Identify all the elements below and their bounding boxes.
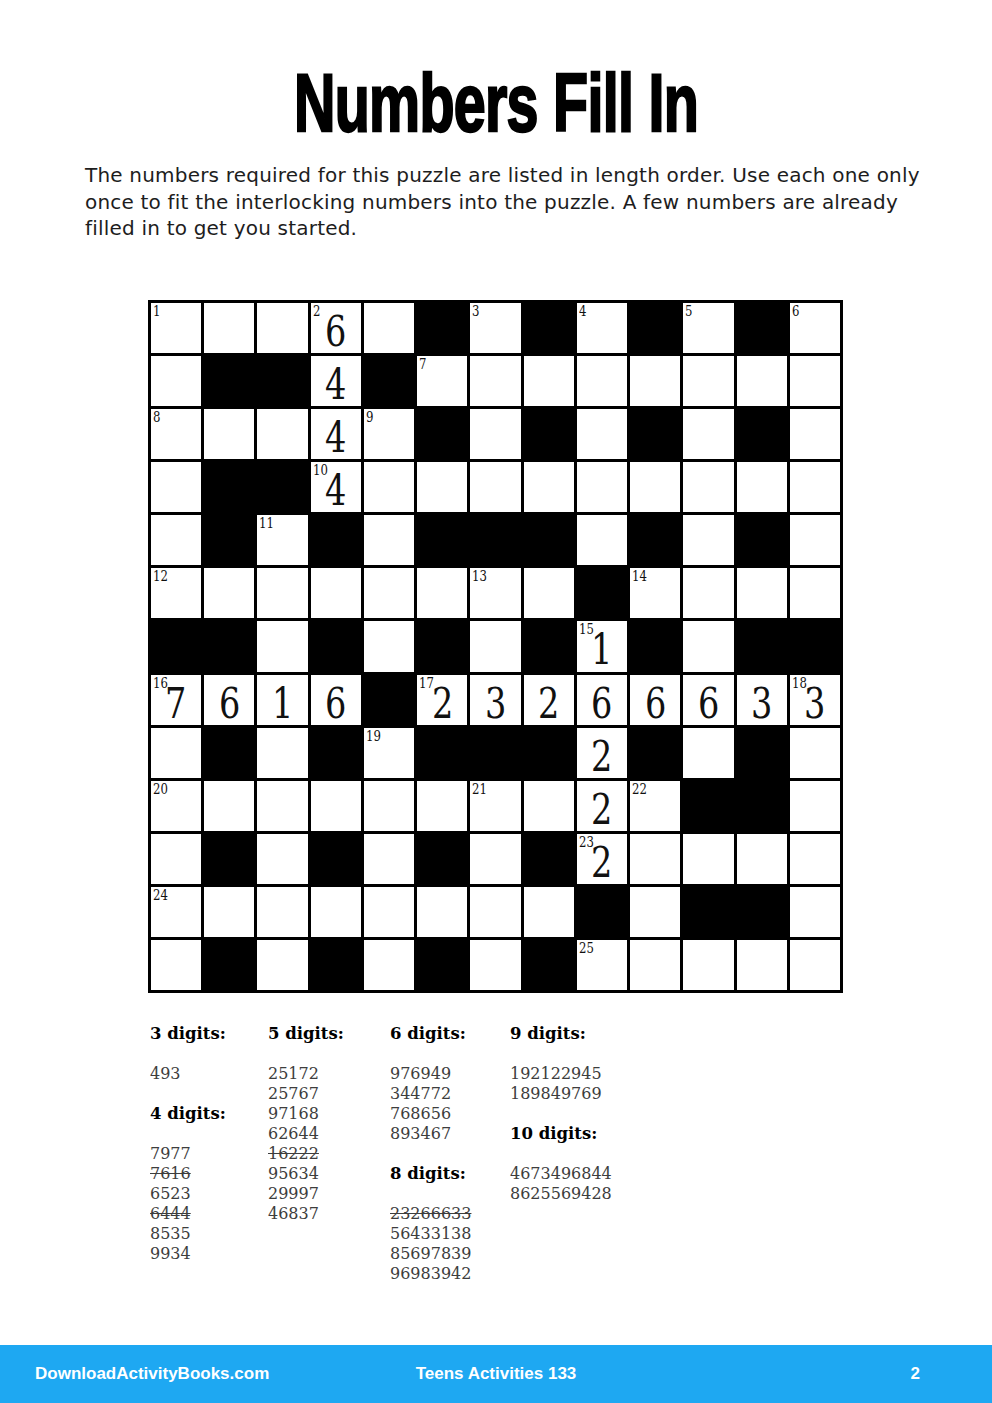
block-cell-r5c10 [630, 515, 680, 565]
block-cell-r11c6 [417, 834, 467, 884]
prefilled-digit: 2 [432, 682, 453, 725]
grid-cell-r8c4[interactable]: 6 [311, 675, 361, 725]
grid-cell-r4c13[interactable] [790, 462, 840, 512]
clue-number-24: 24 [153, 887, 168, 904]
grid-cell-r10c3[interactable] [257, 781, 307, 831]
list-number-used: 7616 [150, 1164, 268, 1184]
grid-cell-r2c6[interactable]: 7 [417, 356, 467, 406]
clue-number-8: 8 [153, 409, 160, 426]
grid-cell-r6c3[interactable] [257, 568, 307, 618]
grid-cell-r6c2[interactable] [204, 568, 254, 618]
grid-cell-r4c10[interactable] [630, 462, 680, 512]
grid-cell-r4c12[interactable] [737, 462, 787, 512]
list-number: 85697839 [390, 1244, 510, 1264]
grid-cell-r2c9[interactable] [577, 356, 627, 406]
block-cell-r9c4 [311, 728, 361, 778]
grid-cell-r1c4[interactable]: 26 [311, 303, 361, 353]
prefilled-digit: 3 [485, 682, 506, 725]
prefilled-digit: 4 [325, 469, 346, 512]
grid-cell-r6c10[interactable]: 14 [630, 568, 680, 618]
list-number: 976949 [390, 1064, 510, 1084]
block-cell-r11c8 [524, 834, 574, 884]
list-number: 95634 [268, 1164, 390, 1184]
grid-cell-r13c11[interactable] [683, 940, 733, 990]
list-number: 8535 [150, 1224, 268, 1244]
list-gap [390, 1144, 510, 1164]
block-cell-r4c2 [204, 462, 254, 512]
list-number: 29997 [268, 1184, 390, 1204]
block-cell-r5c8 [524, 515, 574, 565]
grid-cell-r3c3[interactable] [257, 409, 307, 459]
grid-cell-r11c10[interactable] [630, 834, 680, 884]
list-column-2: 5 digits:2517225767971686264416222956342… [268, 1024, 390, 1284]
grid-cell-r3c11[interactable] [683, 409, 733, 459]
grid-cell-r4c9[interactable] [577, 462, 627, 512]
list-number: 4673496844 [510, 1164, 612, 1184]
grid-cell-r8c3[interactable]: 1 [257, 675, 307, 725]
grid-cell-r2c13[interactable] [790, 356, 840, 406]
block-cell-r2c5 [364, 356, 414, 406]
prefilled-digit: 3 [804, 682, 825, 725]
clue-number-13: 13 [472, 568, 487, 585]
grid-cell-r8c8[interactable]: 2 [524, 675, 574, 725]
grid-cell-r12c8[interactable] [524, 887, 574, 937]
grid-cell-r11c1[interactable] [151, 834, 201, 884]
number-lists: 3 digits:4934 digits:7977761665236444853… [150, 1024, 612, 1284]
grid-cell-r13c3[interactable] [257, 940, 307, 990]
prefilled-digit: 4 [325, 363, 346, 406]
grid-cell-r4c4[interactable]: 104 [311, 462, 361, 512]
clue-number-3: 3 [472, 303, 479, 320]
block-cell-r12c12 [737, 887, 787, 937]
prefilled-digit: 2 [538, 682, 559, 725]
grid-cell-r8c7[interactable]: 3 [470, 675, 520, 725]
grid-cell-r9c13[interactable] [790, 728, 840, 778]
footer-book-title: Teens Activities 133 [0, 1364, 992, 1384]
grid-cell-r1c7[interactable]: 3 [470, 303, 520, 353]
list-column-4: 9 digits:19212294518984976910 digits:467… [510, 1024, 612, 1284]
block-cell-r7c4 [311, 621, 361, 671]
list-header: 10 digits: [510, 1124, 612, 1144]
grid-cell-r6c8[interactable] [524, 568, 574, 618]
grid-cell-r13c1[interactable] [151, 940, 201, 990]
grid-cell-r6c5[interactable] [364, 568, 414, 618]
instructions-text: The numbers required for this puzzle are… [85, 162, 930, 242]
list-gap [390, 1044, 510, 1064]
list-header: 6 digits: [390, 1024, 510, 1044]
prefilled-digit: 1 [591, 628, 612, 671]
puzzle-grid: 1263456478491041112131415116761617232666… [148, 300, 843, 993]
clue-number-7: 7 [419, 356, 426, 373]
block-cell-r7c10 [630, 621, 680, 671]
block-cell-r3c12 [737, 409, 787, 459]
prefilled-digit: 4 [325, 416, 346, 459]
prefilled-digit: 6 [325, 682, 346, 725]
grid-cell-r8c6[interactable]: 172 [417, 675, 467, 725]
grid-cell-r13c9[interactable]: 25 [577, 940, 627, 990]
grid-cell-r10c5[interactable] [364, 781, 414, 831]
grid-cell-r5c3[interactable]: 11 [257, 515, 307, 565]
prefilled-digit: 6 [219, 682, 240, 725]
grid-cell-r11c7[interactable] [470, 834, 520, 884]
block-cell-r7c2 [204, 621, 254, 671]
grid-cell-r6c7[interactable]: 13 [470, 568, 520, 618]
list-number: 25767 [268, 1084, 390, 1104]
grid-cell-r10c9[interactable]: 2 [577, 781, 627, 831]
block-cell-r5c2 [204, 515, 254, 565]
list-number: 493 [150, 1064, 268, 1084]
grid-cell-r6c1[interactable]: 12 [151, 568, 201, 618]
grid-cell-r10c6[interactable] [417, 781, 467, 831]
grid-cell-r12c6[interactable] [417, 887, 467, 937]
grid-cell-r13c7[interactable] [470, 940, 520, 990]
list-header: 8 digits: [390, 1164, 510, 1184]
clue-number-19: 19 [366, 728, 381, 745]
block-cell-r4c3 [257, 462, 307, 512]
list-gap [268, 1044, 390, 1064]
grid-cell-r5c5[interactable] [364, 515, 414, 565]
clue-number-1: 1 [153, 303, 160, 320]
grid-cell-r5c11[interactable] [683, 515, 733, 565]
grid-cell-r12c2[interactable] [204, 887, 254, 937]
block-cell-r13c2 [204, 940, 254, 990]
grid-cell-r2c7[interactable] [470, 356, 520, 406]
block-cell-r3c8 [524, 409, 574, 459]
list-gap [150, 1044, 268, 1064]
grid-cell-r1c11[interactable]: 5 [683, 303, 733, 353]
grid-cell-r12c3[interactable] [257, 887, 307, 937]
list-number: 9934 [150, 1244, 268, 1264]
clue-number-25: 25 [579, 940, 594, 957]
clue-number-14: 14 [632, 568, 647, 585]
list-number: 192122945 [510, 1064, 612, 1084]
grid-cell-r13c13[interactable] [790, 940, 840, 990]
grid-cell-r4c8[interactable] [524, 462, 574, 512]
block-cell-r5c7 [470, 515, 520, 565]
grid-cell-r1c9[interactable]: 4 [577, 303, 627, 353]
grid-cell-r11c13[interactable] [790, 834, 840, 884]
grid-cell-r11c11[interactable] [683, 834, 733, 884]
grid-cell-r6c13[interactable] [790, 568, 840, 618]
list-gap [510, 1044, 612, 1064]
block-cell-r13c6 [417, 940, 467, 990]
grid-cell-r6c12[interactable] [737, 568, 787, 618]
grid-cell-r10c8[interactable] [524, 781, 574, 831]
grid-cell-r9c3[interactable] [257, 728, 307, 778]
grid-cell-r13c12[interactable] [737, 940, 787, 990]
clue-number-4: 4 [579, 303, 586, 320]
grid-cell-r13c10[interactable] [630, 940, 680, 990]
list-number: 344772 [390, 1084, 510, 1104]
clue-number-5: 5 [685, 303, 692, 320]
block-cell-r7c13 [790, 621, 840, 671]
grid-cell-r4c11[interactable] [683, 462, 733, 512]
prefilled-digit: 2 [591, 841, 612, 884]
list-gap [510, 1104, 612, 1124]
clue-number-11: 11 [259, 515, 274, 532]
block-cell-r1c8 [524, 303, 574, 353]
grid-cell-r5c13[interactable] [790, 515, 840, 565]
list-number: 46837 [268, 1204, 390, 1224]
prefilled-digit: 2 [591, 735, 612, 778]
grid-cell-r10c4[interactable] [311, 781, 361, 831]
list-gap [510, 1144, 612, 1164]
block-cell-r5c12 [737, 515, 787, 565]
block-cell-r1c10 [630, 303, 680, 353]
list-number: 25172 [268, 1064, 390, 1084]
block-cell-r10c11 [683, 781, 733, 831]
list-header: 3 digits: [150, 1024, 268, 1044]
list-column-3: 6 digits:9769493447727686568934678 digit… [390, 1024, 510, 1284]
grid-cell-r8c1[interactable]: 167 [151, 675, 201, 725]
grid-cell-r12c10[interactable] [630, 887, 680, 937]
grid-cell-r1c2[interactable] [204, 303, 254, 353]
grid-cell-r7c3[interactable] [257, 621, 307, 671]
block-cell-r7c6 [417, 621, 467, 671]
block-cell-r8c5 [364, 675, 414, 725]
grid-cell-r12c1[interactable]: 24 [151, 887, 201, 937]
grid-cell-r3c5[interactable]: 9 [364, 409, 414, 459]
grid-cell-r2c11[interactable] [683, 356, 733, 406]
list-number: 768656 [390, 1104, 510, 1124]
grid-cell-r2c1[interactable] [151, 356, 201, 406]
prefilled-digit: 6 [591, 682, 612, 725]
list-number: 97168 [268, 1104, 390, 1124]
grid-cell-r4c1[interactable] [151, 462, 201, 512]
block-cell-r5c6 [417, 515, 467, 565]
list-number: 189849769 [510, 1084, 612, 1104]
grid-cell-r12c5[interactable] [364, 887, 414, 937]
prefilled-digit: 2 [591, 788, 612, 831]
grid-cell-r2c12[interactable] [737, 356, 787, 406]
block-cell-r10c12 [737, 781, 787, 831]
grid-cell-r11c5[interactable] [364, 834, 414, 884]
block-cell-r1c12 [737, 303, 787, 353]
list-number: 6523 [150, 1184, 268, 1204]
block-cell-r11c2 [204, 834, 254, 884]
grid-cell-r2c4[interactable]: 4 [311, 356, 361, 406]
grid-cell-r11c12[interactable] [737, 834, 787, 884]
grid-cell-r8c12[interactable]: 3 [737, 675, 787, 725]
grid-cell-r6c11[interactable] [683, 568, 733, 618]
grid-cell-r6c4[interactable] [311, 568, 361, 618]
grid-cell-r4c6[interactable] [417, 462, 467, 512]
prefilled-digit: 6 [698, 682, 719, 725]
list-gap [150, 1124, 268, 1144]
grid-cell-r2c10[interactable] [630, 356, 680, 406]
prefilled-digit: 6 [645, 682, 666, 725]
clue-number-20: 20 [153, 781, 168, 798]
grid-cell-r1c5[interactable] [364, 303, 414, 353]
clue-number-12: 12 [153, 568, 168, 585]
block-cell-r2c3 [257, 356, 307, 406]
block-cell-r3c6 [417, 409, 467, 459]
list-number: 893467 [390, 1124, 510, 1144]
block-cell-r12c11 [683, 887, 733, 937]
list-number: 8625569428 [510, 1184, 612, 1204]
block-cell-r7c12 [737, 621, 787, 671]
block-cell-r3c10 [630, 409, 680, 459]
clue-number-21: 21 [472, 781, 487, 798]
list-header: 9 digits: [510, 1024, 612, 1044]
grid-cell-r11c9[interactable]: 232 [577, 834, 627, 884]
grid-cell-r8c9[interactable]: 6 [577, 675, 627, 725]
page-title: Numbers Fill In [149, 58, 843, 148]
prefilled-digit: 3 [751, 682, 772, 725]
grid-cell-r8c10[interactable]: 6 [630, 675, 680, 725]
grid-cell-r11c3[interactable] [257, 834, 307, 884]
grid-cell-r4c5[interactable] [364, 462, 414, 512]
grid-cell-r12c13[interactable] [790, 887, 840, 937]
grid-cell-r3c1[interactable]: 8 [151, 409, 201, 459]
block-cell-r6c9 [577, 568, 627, 618]
grid-cell-r3c9[interactable] [577, 409, 627, 459]
grid-cell-r8c13[interactable]: 183 [790, 675, 840, 725]
block-cell-r9c12 [737, 728, 787, 778]
grid-cell-r1c3[interactable] [257, 303, 307, 353]
grid-cell-r9c11[interactable] [683, 728, 733, 778]
list-number-used: 16222 [268, 1144, 390, 1164]
grid-cell-r10c10[interactable]: 22 [630, 781, 680, 831]
block-cell-r13c4 [311, 940, 361, 990]
grid-cell-r7c9[interactable]: 151 [577, 621, 627, 671]
block-cell-r7c8 [524, 621, 574, 671]
footer-page-number: 2 [911, 1364, 920, 1384]
grid-cell-r10c1[interactable]: 20 [151, 781, 201, 831]
list-number: 96983942 [390, 1264, 510, 1284]
grid-cell-r1c13[interactable]: 6 [790, 303, 840, 353]
block-cell-r5c4 [311, 515, 361, 565]
grid-cell-r6c6[interactable] [417, 568, 467, 618]
grid-cell-r10c7[interactable]: 21 [470, 781, 520, 831]
clue-number-6: 6 [792, 303, 799, 320]
block-cell-r9c8 [524, 728, 574, 778]
block-cell-r12c9 [577, 887, 627, 937]
grid-cell-r7c7[interactable] [470, 621, 520, 671]
grid-cell-r7c5[interactable] [364, 621, 414, 671]
grid-cell-r10c13[interactable] [790, 781, 840, 831]
grid-cell-r3c4[interactable]: 4 [311, 409, 361, 459]
page: Numbers Fill In The numbers required for… [0, 0, 992, 1403]
block-cell-r1c6 [417, 303, 467, 353]
grid-cell-r5c1[interactable] [151, 515, 201, 565]
grid-cell-r12c7[interactable] [470, 887, 520, 937]
list-gap [150, 1084, 268, 1104]
prefilled-digit: 7 [165, 682, 186, 725]
block-cell-r9c7 [470, 728, 520, 778]
block-cell-r7c1 [151, 621, 201, 671]
list-number-used: 23266633 [390, 1204, 510, 1224]
grid-cell-r12c4[interactable] [311, 887, 361, 937]
grid-cell-r3c2[interactable] [204, 409, 254, 459]
prefilled-digit: 6 [325, 310, 346, 353]
grid-cell-r10c2[interactable] [204, 781, 254, 831]
grid-cell-r5c9[interactable] [577, 515, 627, 565]
block-cell-r13c8 [524, 940, 574, 990]
grid-cell-r9c5[interactable]: 19 [364, 728, 414, 778]
grid-cell-r9c9[interactable]: 2 [577, 728, 627, 778]
clue-number-2: 2 [313, 303, 320, 320]
grid-cell-r8c2[interactable]: 6 [204, 675, 254, 725]
block-cell-r9c6 [417, 728, 467, 778]
grid-cell-r8c11[interactable]: 6 [683, 675, 733, 725]
grid-cell-r4c7[interactable] [470, 462, 520, 512]
grid-cell-r9c1[interactable] [151, 728, 201, 778]
footer-bar: DownloadActivityBooks.com Teens Activiti… [0, 1345, 992, 1403]
list-gap [390, 1184, 510, 1204]
grid-cell-r3c7[interactable] [470, 409, 520, 459]
block-cell-r9c2 [204, 728, 254, 778]
grid-cell-r1c1[interactable]: 1 [151, 303, 201, 353]
grid-cell-r13c5[interactable] [364, 940, 414, 990]
block-cell-r9c10 [630, 728, 680, 778]
list-number: 7977 [150, 1144, 268, 1164]
list-number: 56433138 [390, 1224, 510, 1244]
list-header: 5 digits: [268, 1024, 390, 1044]
list-number: 62644 [268, 1124, 390, 1144]
list-header: 4 digits: [150, 1104, 268, 1124]
block-cell-r2c2 [204, 356, 254, 406]
list-column-1: 3 digits:4934 digits:7977761665236444853… [150, 1024, 268, 1284]
grid-cell-r2c8[interactable] [524, 356, 574, 406]
prefilled-digit: 1 [272, 682, 293, 725]
clue-number-22: 22 [632, 781, 647, 798]
grid-cell-r3c13[interactable] [790, 409, 840, 459]
list-number-used: 6444 [150, 1204, 268, 1224]
block-cell-r11c4 [311, 834, 361, 884]
grid-cell-r7c11[interactable] [683, 621, 733, 671]
clue-number-9: 9 [366, 409, 373, 426]
